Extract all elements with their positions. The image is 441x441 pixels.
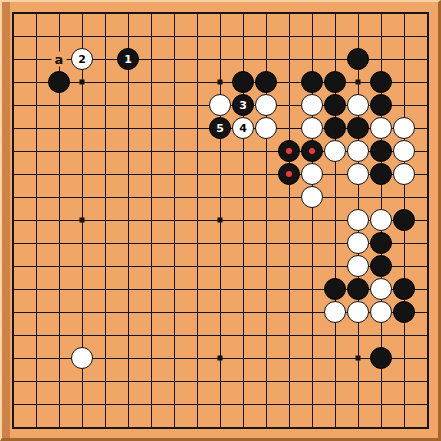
black-stone: 5 [209, 117, 231, 139]
black-stone [370, 140, 392, 162]
black-stone [324, 278, 346, 300]
go-board: 21354a [0, 0, 441, 441]
black-stone [347, 48, 369, 70]
star-point [218, 80, 223, 85]
star-point [218, 218, 223, 223]
black-stone [393, 209, 415, 231]
star-point [356, 80, 361, 85]
black-stone [370, 71, 392, 93]
black-stone [393, 278, 415, 300]
white-stone [393, 117, 415, 139]
circle-mark-icon [286, 171, 292, 177]
black-stone [370, 94, 392, 116]
black-stone [347, 278, 369, 300]
white-stone [301, 94, 323, 116]
white-stone [324, 140, 346, 162]
black-stone [255, 71, 277, 93]
star-point [80, 218, 85, 223]
black-stone [232, 71, 254, 93]
white-stone: 4 [232, 117, 254, 139]
board-label-a: a [52, 52, 67, 67]
star-point [80, 80, 85, 85]
white-stone [347, 301, 369, 323]
black-stone [324, 71, 346, 93]
move-number: 1 [124, 54, 132, 65]
white-stone [209, 94, 231, 116]
white-stone [347, 255, 369, 277]
white-stone [347, 163, 369, 185]
black-stone [48, 71, 70, 93]
white-stone: 2 [71, 48, 93, 70]
move-number: 3 [239, 100, 247, 111]
black-stone [370, 347, 392, 369]
black-stone [324, 117, 346, 139]
circle-mark-icon [286, 148, 292, 154]
white-stone [347, 94, 369, 116]
black-stone [347, 117, 369, 139]
white-stone [255, 117, 277, 139]
white-stone [347, 209, 369, 231]
white-stone [347, 232, 369, 254]
black-stone [278, 163, 300, 185]
white-stone [370, 117, 392, 139]
white-stone [370, 278, 392, 300]
black-stone [370, 255, 392, 277]
black-stone [370, 232, 392, 254]
black-stone [393, 301, 415, 323]
white-stone [393, 140, 415, 162]
black-stone [301, 140, 323, 162]
white-stone [370, 209, 392, 231]
move-number: 4 [239, 123, 247, 134]
go-board-frame: 21354a [0, 0, 441, 441]
black-stone: 3 [232, 94, 254, 116]
white-stone [301, 163, 323, 185]
black-stone [301, 71, 323, 93]
white-stone [324, 301, 346, 323]
white-stone [393, 163, 415, 185]
white-stone [301, 117, 323, 139]
star-point [356, 356, 361, 361]
black-stone [278, 140, 300, 162]
move-number: 2 [78, 54, 86, 65]
black-stone [370, 163, 392, 185]
star-point [218, 356, 223, 361]
white-stone [255, 94, 277, 116]
move-number: 5 [216, 123, 224, 134]
white-stone [370, 301, 392, 323]
circle-mark-icon [309, 148, 315, 154]
black-stone: 1 [117, 48, 139, 70]
black-stone [324, 94, 346, 116]
white-stone [347, 140, 369, 162]
white-stone [71, 347, 93, 369]
white-stone [301, 186, 323, 208]
